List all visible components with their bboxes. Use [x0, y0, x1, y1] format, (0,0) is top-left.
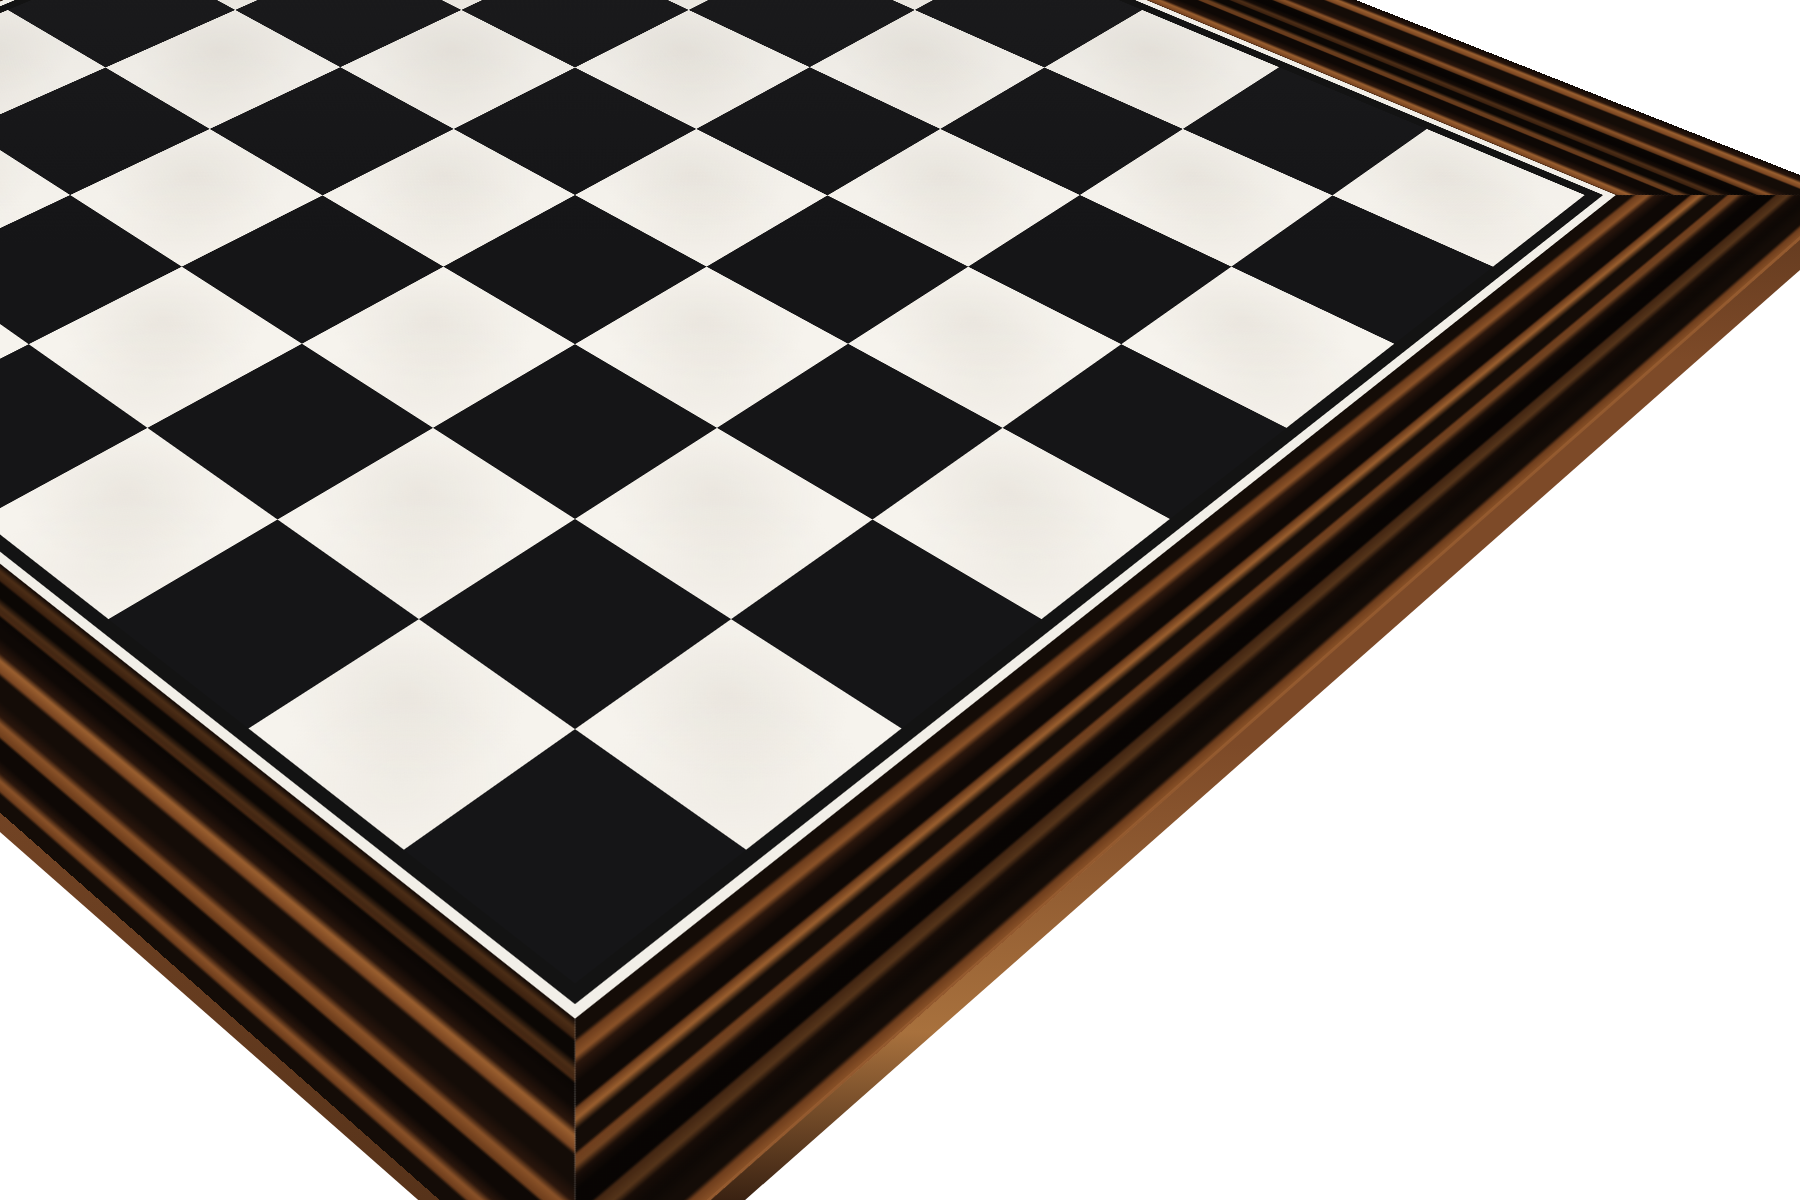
- chess-board: [0, 0, 1800, 1200]
- scene-background: [0, 0, 1800, 1200]
